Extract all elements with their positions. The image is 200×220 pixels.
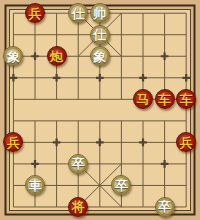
piece-glyph-general: 将 [72,200,85,213]
piece-red-chariot[interactable]: 车 [176,89,196,109]
piece-glyph-advisor: 仕 [72,6,85,19]
piece-red-pawn[interactable]: 兵 [25,3,45,23]
piece-glyph-elephant: 象 [93,49,106,62]
piece-white-pawn[interactable]: 卒 [68,154,88,174]
pieces-layer: 兵仕帅仕象炮象马车车兵兵卒車卒将卒 [0,0,200,220]
piece-glyph-pawn: 卒 [72,157,85,170]
piece-white-chariot[interactable]: 車 [25,175,45,195]
piece-red-pawn[interactable]: 兵 [176,132,196,152]
piece-red-cannon[interactable]: 炮 [47,46,67,66]
piece-red-pawn[interactable]: 兵 [3,132,23,152]
piece-white-advisor[interactable]: 仕 [68,3,88,23]
piece-glyph-cannon: 炮 [50,49,63,62]
xiangqi-board: 兵仕帅仕象炮象马车车兵兵卒車卒将卒 [0,0,200,220]
piece-glyph-general: 帅 [93,6,106,19]
piece-white-elephant[interactable]: 象 [3,46,23,66]
piece-glyph-pawn: 兵 [180,135,193,148]
piece-red-chariot[interactable]: 车 [155,89,175,109]
piece-red-horse[interactable]: 马 [133,89,153,109]
piece-glyph-chariot: 車 [29,178,42,191]
piece-white-elephant[interactable]: 象 [90,46,110,66]
piece-glyph-pawn: 卒 [158,200,171,213]
piece-white-pawn[interactable]: 卒 [155,197,175,217]
piece-glyph-pawn: 兵 [29,6,42,19]
piece-glyph-horse: 马 [137,92,150,105]
piece-white-general[interactable]: 帅 [90,3,110,23]
piece-glyph-chariot: 车 [158,92,171,105]
piece-glyph-pawn: 卒 [115,178,128,191]
piece-glyph-chariot: 车 [180,92,193,105]
piece-glyph-elephant: 象 [7,49,20,62]
piece-glyph-pawn: 兵 [7,135,20,148]
piece-red-general[interactable]: 将 [68,197,88,217]
piece-glyph-advisor: 仕 [93,28,106,41]
piece-white-advisor[interactable]: 仕 [90,25,110,45]
piece-white-pawn[interactable]: 卒 [111,175,131,195]
